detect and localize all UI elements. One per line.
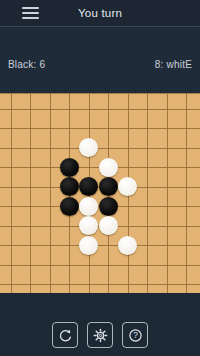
black-score-label: Black: 6 <box>8 59 45 70</box>
svg-text:?: ? <box>133 331 138 340</box>
refresh-icon <box>58 328 73 343</box>
scoreboard: Black: 6 8: whitE <box>0 59 200 70</box>
black-stone <box>79 177 98 196</box>
question-icon: ? <box>128 328 143 343</box>
page-title: You turn <box>0 7 200 19</box>
grid-line <box>0 109 200 110</box>
white-score-label: 8: whitE <box>155 59 192 70</box>
white-stone <box>79 216 98 235</box>
white-stone <box>99 216 118 235</box>
white-stone <box>79 197 98 216</box>
grid-line <box>0 245 200 246</box>
help-button[interactable]: ? <box>122 322 148 348</box>
grid-line <box>0 128 200 129</box>
grid-line <box>0 284 200 285</box>
white-stone <box>118 236 137 255</box>
white-stone <box>118 177 137 196</box>
restart-button[interactable] <box>52 322 78 348</box>
grid-line <box>0 148 200 149</box>
black-stone <box>60 177 79 196</box>
grid-line <box>0 265 200 266</box>
game-board[interactable] <box>0 93 200 293</box>
black-stone <box>99 177 118 196</box>
app-window: You turn Black: 6 8: whitE <box>0 0 200 356</box>
settings-button[interactable] <box>87 322 113 348</box>
black-stone <box>60 158 79 177</box>
black-stone <box>99 197 118 216</box>
app-bar: You turn <box>0 0 200 27</box>
black-stone <box>60 197 79 216</box>
gear-icon <box>93 328 108 343</box>
bottom-toolbar: ? <box>0 293 200 356</box>
white-stone <box>79 138 98 157</box>
white-stone <box>79 236 98 255</box>
white-stone <box>99 158 118 177</box>
